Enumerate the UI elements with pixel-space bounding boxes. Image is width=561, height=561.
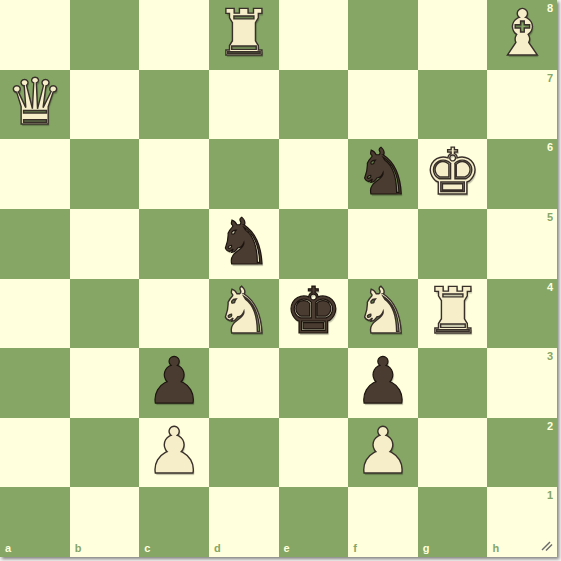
square-e8[interactable] — [279, 0, 349, 70]
square-d5[interactable]: ♞ — [209, 209, 279, 279]
square-d6[interactable] — [209, 139, 279, 209]
square-a2[interactable] — [0, 418, 70, 488]
square-g1[interactable]: g — [418, 487, 488, 557]
file-label-g: g — [423, 543, 430, 554]
white-knight-f4[interactable]: ♞ — [354, 279, 411, 343]
white-rook-g4[interactable]: ♜ — [424, 279, 481, 343]
square-c3[interactable]: ♟ — [139, 348, 209, 418]
square-d4[interactable]: ♞ — [209, 279, 279, 349]
black-pawn-c3[interactable]: ♟ — [145, 349, 202, 413]
resize-handle-icon[interactable] — [539, 537, 554, 552]
square-a4[interactable] — [0, 279, 70, 349]
square-b4[interactable] — [70, 279, 140, 349]
rank-label-4: 4 — [547, 282, 553, 293]
square-f4[interactable]: ♞ — [348, 279, 418, 349]
file-label-h: h — [492, 543, 499, 554]
square-e2[interactable] — [279, 418, 349, 488]
square-h3[interactable]: 3 — [487, 348, 557, 418]
square-f2[interactable]: ♟ — [348, 418, 418, 488]
file-label-f: f — [353, 543, 357, 554]
white-queen-a7[interactable]: ♛ — [6, 70, 63, 134]
square-g7[interactable] — [418, 70, 488, 140]
rank-label-3: 3 — [547, 351, 553, 362]
square-c7[interactable] — [139, 70, 209, 140]
square-d3[interactable] — [209, 348, 279, 418]
square-e5[interactable] — [279, 209, 349, 279]
file-label-b: b — [75, 543, 82, 554]
square-h5[interactable]: 5 — [487, 209, 557, 279]
white-pawn-f2[interactable]: ♟ — [354, 419, 411, 483]
rank-label-8: 8 — [547, 3, 553, 14]
square-g3[interactable] — [418, 348, 488, 418]
square-f8[interactable] — [348, 0, 418, 70]
square-c8[interactable] — [139, 0, 209, 70]
square-a3[interactable] — [0, 348, 70, 418]
square-c1[interactable]: c — [139, 487, 209, 557]
square-b8[interactable] — [70, 0, 140, 70]
black-knight-f6[interactable]: ♞ — [354, 140, 411, 204]
rank-label-7: 7 — [547, 73, 553, 84]
square-g6[interactable]: ♚ — [418, 139, 488, 209]
square-c6[interactable] — [139, 139, 209, 209]
square-h7[interactable]: 7 — [487, 70, 557, 140]
square-g8[interactable] — [418, 0, 488, 70]
file-label-a: a — [5, 543, 11, 554]
white-pawn-c2[interactable]: ♟ — [145, 419, 202, 483]
square-e3[interactable] — [279, 348, 349, 418]
square-a8[interactable] — [0, 0, 70, 70]
square-c2[interactable]: ♟ — [139, 418, 209, 488]
square-b2[interactable] — [70, 418, 140, 488]
square-b5[interactable] — [70, 209, 140, 279]
square-d8[interactable]: ♜ — [209, 0, 279, 70]
square-a6[interactable] — [0, 139, 70, 209]
square-b6[interactable] — [70, 139, 140, 209]
square-f5[interactable] — [348, 209, 418, 279]
square-b1[interactable]: b — [70, 487, 140, 557]
square-e7[interactable] — [279, 70, 349, 140]
square-f3[interactable]: ♟ — [348, 348, 418, 418]
white-king-g6[interactable]: ♚ — [424, 140, 481, 204]
rank-label-6: 6 — [547, 142, 553, 153]
square-d1[interactable]: d — [209, 487, 279, 557]
square-c4[interactable] — [139, 279, 209, 349]
square-a5[interactable] — [0, 209, 70, 279]
file-label-c: c — [144, 543, 150, 554]
square-f6[interactable]: ♞ — [348, 139, 418, 209]
rank-label-1: 1 — [547, 490, 553, 501]
black-king-e4[interactable]: ♚ — [285, 279, 342, 343]
chess-board: ♜♝8♛7♞♚6♞5♞♚♞♜4♟♟3♟♟2abcdefg1h — [0, 0, 557, 557]
square-f1[interactable]: f — [348, 487, 418, 557]
square-h4[interactable]: 4 — [487, 279, 557, 349]
square-g4[interactable]: ♜ — [418, 279, 488, 349]
white-bishop-h8[interactable]: ♝ — [494, 1, 551, 65]
square-d7[interactable] — [209, 70, 279, 140]
square-c5[interactable] — [139, 209, 209, 279]
square-b7[interactable] — [70, 70, 140, 140]
square-e6[interactable] — [279, 139, 349, 209]
rank-label-2: 2 — [547, 421, 553, 432]
square-d2[interactable] — [209, 418, 279, 488]
black-pawn-f3[interactable]: ♟ — [354, 349, 411, 413]
square-a1[interactable]: a — [0, 487, 70, 557]
square-e4[interactable]: ♚ — [279, 279, 349, 349]
square-g2[interactable] — [418, 418, 488, 488]
file-label-d: d — [214, 543, 221, 554]
square-g5[interactable] — [418, 209, 488, 279]
chess-board-container: ♜♝8♛7♞♚6♞5♞♚♞♜4♟♟3♟♟2abcdefg1h — [0, 0, 557, 557]
rank-label-5: 5 — [547, 212, 553, 223]
square-h8[interactable]: ♝8 — [487, 0, 557, 70]
white-knight-d4[interactable]: ♞ — [215, 279, 272, 343]
square-f7[interactable] — [348, 70, 418, 140]
file-label-e: e — [284, 543, 290, 554]
square-h2[interactable]: 2 — [487, 418, 557, 488]
square-e1[interactable]: e — [279, 487, 349, 557]
black-knight-d5[interactable]: ♞ — [215, 210, 272, 274]
square-b3[interactable] — [70, 348, 140, 418]
white-rook-d8[interactable]: ♜ — [215, 1, 272, 65]
square-h6[interactable]: 6 — [487, 139, 557, 209]
square-a7[interactable]: ♛ — [0, 70, 70, 140]
